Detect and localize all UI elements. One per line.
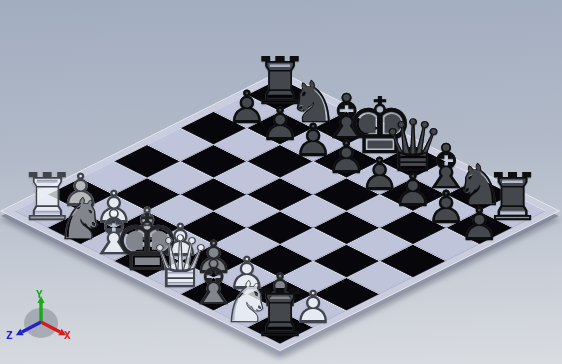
orientation-triad-icon[interactable]: Y Z X xyxy=(0,276,100,364)
triad-z-label: Z xyxy=(6,329,13,342)
triad-x-label: X xyxy=(64,329,71,342)
triad-y-label: Y xyxy=(36,288,43,301)
piece-black-pawn-a7[interactable]: ♟♙ xyxy=(459,200,500,246)
piece-white-rook-a1[interactable]: ♜♖ xyxy=(250,282,309,348)
cad-viewport[interactable]: ♜♖♞♘♝♗♚♔♛♕♝♗♞♘♜♖♟♙♟♙♟♙♟♙♟♙♟♙♟♙♟♙♟♙♟♙♟♙♟♙… xyxy=(0,0,562,364)
